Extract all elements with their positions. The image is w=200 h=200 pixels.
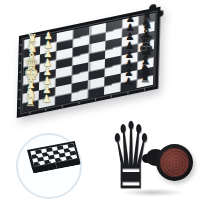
clasp-knob-icon	[149, 4, 156, 12]
magnet-felt	[160, 148, 189, 177]
chess-board	[17, 7, 161, 118]
product-photo: ♜♟♟♜♞♟♟♞♝♟♟♝♛♟♟♛♚♟♟♚♝♟♟♝♞♟♟♞♜♟♟♜ ♛	[0, 0, 200, 200]
hinge-tab-icon	[158, 10, 163, 17]
magnet-base-disc	[156, 144, 193, 181]
board-squares	[22, 13, 155, 112]
black-queen-piece: ♛	[110, 111, 153, 200]
